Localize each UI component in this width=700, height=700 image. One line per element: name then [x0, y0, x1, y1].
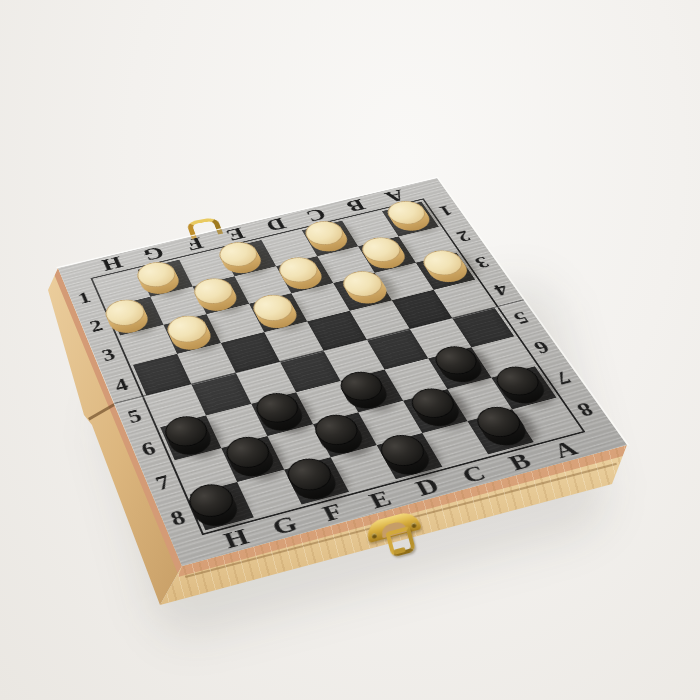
file-label-bottom-G: G	[268, 511, 300, 538]
rank-label-left-2: 2	[87, 317, 105, 335]
file-label-bottom-C: C	[458, 461, 490, 487]
file-label-bottom-F: F	[319, 499, 347, 525]
rank-label-right-7: 7	[551, 368, 574, 387]
file-label-bottom-A: A	[549, 437, 582, 462]
file-label-top-B: B	[343, 197, 368, 215]
file-label-bottom-D: D	[411, 474, 443, 500]
rank-label-left-1: 1	[75, 289, 92, 306]
rank-label-right-4: 4	[490, 281, 511, 298]
rank-label-left-4: 4	[112, 375, 131, 394]
rank-label-right-5: 5	[510, 309, 532, 327]
rank-label-left-7: 7	[153, 472, 173, 494]
rank-label-right-2: 2	[453, 228, 473, 244]
rank-label-left-6: 6	[138, 438, 158, 459]
rank-label-left-3: 3	[99, 345, 117, 364]
fold-hinge-seam-left	[88, 403, 116, 421]
file-label-top-D: D	[263, 215, 289, 234]
rank-label-left-8: 8	[167, 506, 188, 528]
file-label-bottom-B: B	[504, 449, 535, 474]
rank-label-right-1: 1	[436, 203, 456, 219]
file-label-top-F: F	[183, 235, 206, 254]
photo-scene: HHGGFFEEDDCCBBAA1122334455667788	[0, 0, 700, 700]
rank-label-left-5: 5	[125, 406, 144, 426]
rank-label-right-6: 6	[530, 338, 552, 357]
file-label-top-H: H	[99, 254, 125, 274]
file-label-bottom-H: H	[220, 524, 252, 552]
rank-label-right-3: 3	[471, 254, 492, 271]
rank-label-right-8: 8	[573, 399, 597, 419]
